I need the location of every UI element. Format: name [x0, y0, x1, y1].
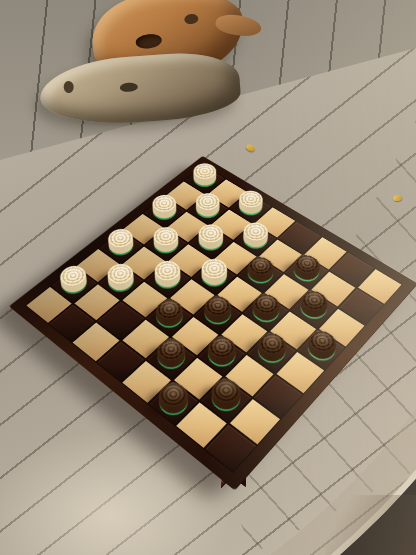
walnut-checker-piece[interactable] [154, 386, 193, 420]
photo-scene [0, 0, 416, 555]
walnut-checker-piece[interactable] [152, 303, 188, 332]
walnut-checker-piece[interactable] [248, 297, 283, 325]
board-3d-scene [0, 0, 416, 555]
square-r8c6-dark[interactable] [149, 381, 198, 425]
board-grid [25, 165, 403, 473]
cream-checker-piece[interactable] [104, 268, 138, 295]
cream-checker-piece[interactable] [57, 271, 92, 298]
game-board [9, 156, 416, 491]
walnut-checker-piece[interactable] [296, 295, 331, 323]
